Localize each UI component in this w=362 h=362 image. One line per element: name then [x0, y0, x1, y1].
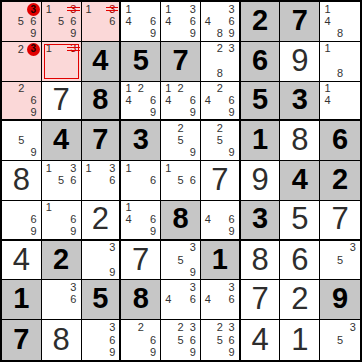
- candidate-1: 1: [43, 162, 55, 174]
- candidate-3-struck: 3: [106, 3, 118, 15]
- pencil-marks: 169: [42, 201, 81, 239]
- pencil-marks: 346: [201, 280, 239, 319]
- cell-r6c9[interactable]: 7: [320, 201, 360, 241]
- candidate-6: 6: [187, 174, 199, 186]
- candidate-3: 3: [106, 321, 118, 334]
- cell-r9c7[interactable]: 4: [241, 320, 281, 360]
- cell-r4c2[interactable]: 4: [42, 121, 82, 161]
- pencil-marks: 14: [320, 82, 360, 120]
- digit-user: 7: [251, 283, 268, 314]
- candidate-6: 6: [147, 94, 159, 106]
- candidate-2: 2: [214, 43, 226, 55]
- candidate-6: 6: [106, 15, 118, 27]
- cell-r4c4[interactable]: 3: [121, 121, 161, 161]
- cell-r4c5[interactable]: 259: [161, 121, 201, 161]
- pencil-marks: 359: [161, 241, 200, 280]
- candidate-8: 8: [214, 67, 226, 79]
- cell-r6c4[interactable]: 1469: [121, 201, 161, 241]
- digit-given: 7: [92, 125, 108, 154]
- cell-r9c2[interactable]: 8: [42, 320, 82, 360]
- candidate-9: 9: [226, 106, 238, 118]
- pencil-marks: 16: [121, 161, 160, 200]
- candidate-6: 6: [187, 334, 199, 347]
- digit-user: 7: [211, 164, 228, 195]
- digit-given: 7: [13, 325, 29, 354]
- cell-r2c8[interactable]: 9: [280, 42, 320, 82]
- candidate-9: 9: [67, 28, 79, 40]
- cell-r2c6[interactable]: 238: [201, 42, 241, 82]
- digit-given: 4: [53, 125, 69, 154]
- digit-given: 6: [252, 46, 268, 75]
- digit-user: 6: [291, 244, 308, 275]
- cell-r9c8[interactable]: 1: [280, 320, 320, 360]
- pencil-marks: 13569: [42, 2, 81, 41]
- pencil-marks: 39: [82, 241, 120, 280]
- candidate-2: 2: [15, 83, 27, 95]
- candidate-9: 9: [187, 266, 199, 278]
- candidate-3: 3: [226, 321, 238, 334]
- candidate-3: 3: [67, 162, 79, 174]
- candidate-3: 3: [187, 3, 199, 15]
- digit-user: 9: [251, 164, 268, 195]
- pencil-marks: 156: [161, 161, 200, 200]
- cell-r3c8[interactable]: 3: [280, 82, 320, 122]
- cell-r2c4[interactable]: 5: [121, 42, 161, 82]
- candidate-9: 9: [67, 226, 79, 238]
- candidate-8: 8: [334, 67, 347, 79]
- candidate-9: 9: [226, 346, 238, 359]
- candidate-1: 1: [43, 202, 55, 214]
- digit-given: 2: [252, 6, 268, 35]
- candidate-2: 2: [214, 321, 226, 334]
- candidate-3: 3: [106, 242, 118, 254]
- cell-r4c8[interactable]: 8: [280, 121, 320, 161]
- cell-r8c6[interactable]: 346: [201, 280, 241, 320]
- cell-r7c5[interactable]: 359: [161, 241, 201, 281]
- pencil-marks: 12469: [161, 82, 200, 120]
- candidate-3: 3: [187, 242, 199, 254]
- digit-given: 5: [92, 284, 108, 313]
- digit-given: 2: [332, 165, 348, 194]
- cell-r5c6[interactable]: 7: [201, 161, 241, 201]
- pencil-marks: 2469: [201, 82, 239, 120]
- cell-r7c6[interactable]: 1: [201, 241, 241, 281]
- candidate-2: 2: [15, 43, 27, 56]
- pencil-marks: 34689: [201, 2, 239, 41]
- candidate-4: 4: [202, 94, 214, 106]
- candidate-2: 2: [135, 321, 147, 334]
- cell-r6c5[interactable]: 8: [161, 201, 201, 241]
- cell-r9c4[interactable]: 269: [121, 320, 161, 360]
- candidate-5: 5: [214, 135, 226, 147]
- cell-r8c2[interactable]: 36: [42, 280, 82, 320]
- cell-r2c9[interactable]: 18: [320, 42, 360, 82]
- cell-r7c2[interactable]: 2: [42, 241, 82, 281]
- pencil-marks: 259: [161, 121, 200, 160]
- cell-r8c1[interactable]: 1: [2, 280, 42, 320]
- candidate-3-circled: 3: [27, 3, 40, 16]
- candidate-6: 6: [67, 15, 79, 27]
- digit-given: 8: [172, 204, 188, 233]
- candidate-4: 4: [122, 94, 134, 106]
- pencil-marks: 238: [201, 42, 239, 81]
- candidate-6: 6: [226, 94, 238, 106]
- cell-r4c9[interactable]: 6: [320, 121, 360, 161]
- pencil-marks: 369: [82, 320, 120, 360]
- candidate-9: 9: [147, 106, 159, 118]
- candidate-6: 6: [187, 94, 199, 106]
- candidate-6: 6: [28, 94, 40, 106]
- pencil-marks: 69: [2, 201, 41, 239]
- digit-given: 3: [292, 85, 308, 114]
- candidate-9: 9: [106, 346, 118, 359]
- digit-given: 1: [212, 245, 228, 274]
- candidate-1: 1: [43, 43, 55, 55]
- candidate-1: 1: [162, 3, 174, 15]
- candidate-2: 2: [174, 122, 186, 134]
- candidate-2: 2: [214, 83, 226, 95]
- candidate-6: 6: [106, 334, 118, 347]
- digit-given: 2: [53, 245, 69, 274]
- cell-r7c4[interactable]: 7: [121, 241, 161, 281]
- pencil-marks: 469: [201, 201, 239, 239]
- cell-r4c6[interactable]: 259: [201, 121, 241, 161]
- candidate-6: 6: [226, 334, 238, 347]
- candidate-1: 1: [122, 83, 134, 95]
- candidate-3: 3: [187, 321, 199, 334]
- cell-r1c8[interactable]: 7: [280, 2, 320, 42]
- candidate-4: 4: [162, 15, 174, 27]
- cell-r8c8[interactable]: 2: [280, 280, 320, 320]
- candidate-1: 1: [162, 162, 174, 174]
- cell-r3c1[interactable]: 269: [2, 82, 42, 122]
- cell-r3c6[interactable]: 2469: [201, 82, 241, 122]
- pencil-marks: 35: [320, 241, 360, 280]
- pencil-marks: 12469: [121, 82, 160, 120]
- pencil-marks: 36: [42, 280, 81, 319]
- candidate-1: 1: [122, 202, 134, 214]
- candidate-9: 9: [147, 28, 159, 40]
- candidate-1: 1: [321, 43, 334, 55]
- pencil-marks: 23569: [201, 320, 239, 360]
- candidate-9: 9: [106, 266, 118, 278]
- digit-given: 8: [133, 284, 149, 313]
- cell-r4c7[interactable]: 1: [241, 121, 281, 161]
- candidate-3: 3: [346, 242, 359, 254]
- candidate-5: 5: [174, 334, 186, 347]
- digit-given: 1: [13, 284, 29, 313]
- digit-given: 9: [332, 284, 348, 313]
- cell-r1c3[interactable]: 136: [82, 2, 122, 42]
- pencil-marks: 136: [82, 2, 120, 41]
- cell-r5c5[interactable]: 156: [161, 161, 201, 201]
- candidate-6: 6: [28, 214, 40, 226]
- cell-r8c3[interactable]: 5: [82, 280, 122, 320]
- cell-r5c2[interactable]: 1356: [42, 161, 82, 201]
- cell-r6c2[interactable]: 169: [42, 201, 82, 241]
- cell-r8c5[interactable]: 346: [161, 280, 201, 320]
- candidate-6: 6: [67, 294, 79, 306]
- digit-user: 1: [291, 324, 308, 355]
- cell-r1c5[interactable]: 13469: [161, 2, 201, 42]
- pencil-marks: 13469: [161, 2, 200, 41]
- candidate-4: 4: [202, 294, 214, 306]
- candidate-4: 4: [321, 15, 334, 27]
- candidate-2: 2: [135, 83, 147, 95]
- cell-r6c1[interactable]: 69: [2, 201, 42, 241]
- pencil-marks: 136: [82, 161, 120, 200]
- candidate-3: 3: [226, 43, 238, 55]
- cell-r9c5[interactable]: 23569: [161, 320, 201, 360]
- candidate-5: 5: [214, 334, 226, 347]
- cell-r9c6[interactable]: 23569: [201, 320, 241, 360]
- candidate-4: 4: [122, 15, 134, 27]
- cell-r1c7[interactable]: 2: [241, 2, 281, 42]
- cell-r9c9[interactable]: 35: [320, 320, 360, 360]
- candidate-3: 3: [226, 281, 238, 293]
- candidate-3: 3: [226, 3, 238, 15]
- candidate-5: 5: [174, 135, 186, 147]
- cell-r7c7[interactable]: 8: [241, 241, 281, 281]
- digit-given: 4: [292, 165, 308, 194]
- cell-r4c3[interactable]: 7: [82, 121, 122, 161]
- cell-r3c7[interactable]: 5: [241, 82, 281, 122]
- cell-r7c1[interactable]: 4: [2, 241, 42, 281]
- cell-r1c4[interactable]: 1469: [121, 2, 161, 42]
- cell-r3c4[interactable]: 12469: [121, 82, 161, 122]
- candidate-5: 5: [15, 135, 27, 147]
- candidate-9: 9: [27, 28, 40, 40]
- candidate-3: 3: [67, 281, 79, 293]
- candidate-1: 1: [162, 83, 174, 95]
- candidate-5: 5: [15, 16, 27, 28]
- candidate-9: 9: [187, 346, 199, 359]
- cell-r6c8[interactable]: 5: [280, 201, 320, 241]
- candidate-5: 5: [334, 334, 347, 347]
- cell-r9c3[interactable]: 369: [82, 320, 122, 360]
- candidate-6: 6: [226, 294, 238, 306]
- pencil-marks: 23: [2, 42, 41, 81]
- candidate-6: 6: [226, 214, 238, 226]
- digit-user: 7: [53, 84, 70, 115]
- cell-r8c4[interactable]: 8: [121, 280, 161, 320]
- candidate-4: 4: [122, 214, 134, 226]
- candidate-4: 4: [202, 15, 214, 27]
- candidate-9: 9: [187, 147, 199, 159]
- candidate-9: 9: [147, 226, 159, 238]
- candidate-6: 6: [106, 174, 118, 186]
- digit-given: 7: [172, 46, 188, 75]
- digit-given: 5: [133, 46, 149, 75]
- candidate-4: 4: [321, 94, 334, 106]
- candidate-4: 4: [162, 94, 174, 106]
- cell-r7c9[interactable]: 35: [320, 241, 360, 281]
- candidate-1: 1: [43, 3, 55, 15]
- candidate-2: 2: [174, 321, 186, 334]
- cell-r5c3[interactable]: 136: [82, 161, 122, 201]
- candidate-6: 6: [67, 214, 79, 226]
- sudoku-board: 3569135691361469134693468927148231345723…: [0, 0, 362, 362]
- pencil-marks: 1356: [42, 161, 81, 200]
- candidate-2: 2: [214, 122, 226, 134]
- cell-r5c7[interactable]: 9: [241, 161, 281, 201]
- pencil-marks: 148: [320, 2, 360, 41]
- cell-r7c3[interactable]: 39: [82, 241, 122, 281]
- candidate-8: 8: [334, 28, 347, 40]
- digit-given: 6: [332, 125, 348, 154]
- digit-user: 4: [13, 244, 30, 275]
- pencil-marks: 346: [161, 280, 200, 319]
- cell-r2c1[interactable]: 23: [2, 42, 42, 82]
- candidate-1: 1: [321, 83, 334, 95]
- digit-given: 5: [252, 85, 268, 114]
- cell-r8c7[interactable]: 7: [241, 280, 281, 320]
- cell-r7c8[interactable]: 6: [280, 241, 320, 281]
- candidate-5: 5: [55, 15, 67, 27]
- candidate-9: 9: [28, 147, 40, 159]
- pencil-marks: 269: [2, 82, 41, 120]
- candidate-5: 5: [334, 254, 347, 266]
- digit-user: 8: [13, 164, 30, 195]
- candidate-4: 4: [202, 214, 214, 226]
- pencil-marks: 269: [121, 320, 160, 360]
- cell-r2c3[interactable]: 4: [82, 42, 122, 82]
- digit-user: 8: [251, 244, 268, 275]
- pencil-marks: 23569: [161, 320, 200, 360]
- digit-user: 4: [251, 324, 268, 355]
- cell-r2c7[interactable]: 6: [241, 42, 281, 82]
- candidate-1: 1: [321, 3, 334, 15]
- cell-r5c1[interactable]: 8: [2, 161, 42, 201]
- candidate-3-circled: 3: [27, 43, 40, 56]
- digit-user: 9: [291, 45, 308, 76]
- candidate-1: 1: [83, 3, 95, 15]
- pencil-marks: 35: [320, 320, 360, 360]
- digit-user: 2: [92, 203, 109, 234]
- cell-r1c2[interactable]: 13569: [42, 2, 82, 42]
- digit-user: 8: [53, 324, 70, 355]
- digit-given: 1: [252, 125, 268, 154]
- cell-r1c6[interactable]: 34689: [201, 2, 241, 42]
- cell-r5c4[interactable]: 16: [121, 161, 161, 201]
- candidate-3-struck: 3: [67, 43, 79, 55]
- cell-r5c9[interactable]: 2: [320, 161, 360, 201]
- candidate-6: 6: [187, 294, 199, 306]
- candidate-1: 1: [122, 3, 134, 15]
- candidate-4: 4: [162, 294, 174, 306]
- cell-r3c2[interactable]: 7: [42, 82, 82, 122]
- candidate-6: 6: [27, 16, 40, 28]
- candidate-5: 5: [174, 254, 186, 266]
- candidate-3: 3: [106, 162, 118, 174]
- candidate-3: 3: [346, 321, 359, 334]
- candidate-6: 6: [187, 15, 199, 27]
- candidate-6: 6: [147, 174, 159, 186]
- digit-given: 8: [92, 85, 108, 114]
- cell-r4c1[interactable]: 59: [2, 121, 42, 161]
- pencil-marks: 59: [2, 121, 41, 160]
- digit-user: 2: [291, 283, 308, 314]
- candidate-9: 9: [28, 106, 40, 118]
- candidate-5: 5: [174, 174, 186, 186]
- candidate-9: 9: [28, 226, 40, 238]
- candidate-9: 9: [226, 226, 238, 238]
- digit-user: 5: [291, 203, 308, 234]
- pencil-marks: 259: [201, 121, 239, 160]
- digit-given: 3: [133, 125, 149, 154]
- cell-r2c2[interactable]: 13: [42, 42, 82, 82]
- cell-r6c3[interactable]: 2: [82, 201, 122, 241]
- digit-given: 4: [92, 46, 108, 75]
- candidate-3: 3: [187, 281, 199, 293]
- pencil-marks: 13: [42, 42, 81, 81]
- candidate-9: 9: [226, 28, 238, 40]
- candidate-9: 9: [147, 346, 159, 359]
- candidate-9: 9: [187, 28, 199, 40]
- cell-r2c5[interactable]: 7: [161, 42, 201, 82]
- pencil-marks: 18: [320, 42, 360, 81]
- cell-r5c8[interactable]: 4: [280, 161, 320, 201]
- cell-r6c6[interactable]: 469: [201, 201, 241, 241]
- digit-user: 7: [331, 203, 348, 234]
- digit-user: 7: [132, 244, 149, 275]
- candidate-9: 9: [226, 147, 238, 159]
- candidate-6: 6: [147, 15, 159, 27]
- candidate-3-struck: 3: [67, 3, 79, 15]
- candidate-6: 6: [147, 334, 159, 347]
- digit-user: 8: [291, 124, 308, 155]
- cell-r1c9[interactable]: 148: [320, 2, 360, 42]
- pencil-marks: 1469: [121, 2, 160, 41]
- digit-given: 7: [292, 6, 308, 35]
- cell-r6c7[interactable]: 3: [241, 201, 281, 241]
- pencil-marks: 3569: [2, 2, 41, 41]
- candidate-1: 1: [122, 162, 134, 174]
- candidate-1: 1: [83, 162, 95, 174]
- candidate-6: 6: [147, 214, 159, 226]
- candidate-5: 5: [55, 174, 67, 186]
- cell-r9c1[interactable]: 7: [2, 320, 42, 360]
- digit-given: 3: [252, 204, 268, 233]
- candidate-9: 9: [187, 106, 199, 118]
- candidate-6: 6: [67, 174, 79, 186]
- cell-r3c5[interactable]: 12469: [161, 82, 201, 122]
- cell-r3c3[interactable]: 8: [82, 82, 122, 122]
- cell-r1c1[interactable]: 3569: [2, 2, 42, 42]
- cell-r3c9[interactable]: 14: [320, 82, 360, 122]
- candidate-6: 6: [226, 15, 238, 27]
- pencil-marks: 1469: [121, 201, 160, 239]
- candidate-2: 2: [174, 83, 186, 95]
- candidate-8: 8: [214, 28, 226, 40]
- cell-r8c9[interactable]: 9: [320, 280, 360, 320]
